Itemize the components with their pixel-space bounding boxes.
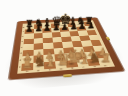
- piece-contact-shadow: [61, 28, 68, 31]
- piece-contact-shadow: [99, 60, 109, 64]
- piece-contact-shadow: [69, 28, 76, 31]
- piece-contact-shadow: [45, 56, 53, 60]
- piece-contact-shadow: [96, 53, 105, 57]
- piece-contact-shadow: [60, 24, 67, 26]
- square-h2: ♟: [94, 51, 107, 58]
- brass-clasp-icon: [63, 74, 72, 78]
- piece-contact-shadow: [43, 29, 50, 32]
- square-d2: ♟: [54, 54, 65, 61]
- piece-contact-shadow: [56, 62, 65, 66]
- piece-contact-shadow: [23, 65, 32, 69]
- chess-board: 87654321 ABCDEFGH ♜♞♝♛♚♝♞♜♟♟♟♟♟♟♟♟♟♟♟♟♟♟…: [9, 18, 124, 80]
- piece-contact-shadow: [34, 64, 43, 68]
- piece-contact-shadow: [55, 56, 63, 60]
- piece-contact-shadow: [52, 29, 59, 32]
- product-photo: 87654321 ABCDEFGH ♜♞♝♛♚♝♞♜♟♟♟♟♟♟♟♟♟♟♟♟♟♟…: [0, 0, 128, 96]
- piece-contact-shadow: [35, 30, 42, 33]
- square-f3: [73, 46, 85, 53]
- piece-contact-shadow: [34, 57, 42, 61]
- square-b5: [33, 38, 43, 44]
- square-h1: ♜: [97, 58, 111, 66]
- square-c1: ♝: [44, 61, 56, 69]
- square-b1: ♞: [33, 62, 44, 70]
- piece-contact-shadow: [86, 54, 95, 58]
- piece-contact-shadow: [76, 54, 85, 58]
- piece-contact-shadow: [35, 25, 42, 27]
- piece-contact-shadow: [88, 60, 97, 64]
- piece-contact-shadow: [45, 63, 54, 67]
- piece-contact-shadow: [78, 61, 87, 65]
- square-a1: ♜: [21, 63, 33, 71]
- piece-contact-shadow: [66, 55, 75, 59]
- piece-contact-shadow: [23, 58, 31, 62]
- piece-contact-shadow: [67, 62, 76, 66]
- piece-contact-shadow: [86, 27, 93, 30]
- squares-grid: ♜♞♝♛♚♝♞♜♟♟♟♟♟♟♟♟♟♟♟♟♟♟♟♟♜♞♝♛♚♝♞♜: [21, 22, 110, 71]
- piece-contact-shadow: [26, 30, 33, 33]
- board-border: 87654321 ABCDEFGH ♜♞♝♛♚♝♞♜♟♟♟♟♟♟♟♟♟♟♟♟♟♟…: [17, 20, 115, 74]
- square-c5: [43, 37, 53, 43]
- piece-contact-shadow: [43, 25, 50, 27]
- board-frame: 87654321 ABCDEFGH ♜♞♝♛♚♝♞♜♟♟♟♟♟♟♟♟♟♟♟♟♟♟…: [9, 18, 124, 80]
- square-e5: [61, 36, 71, 42]
- piece-contact-shadow: [78, 27, 85, 30]
